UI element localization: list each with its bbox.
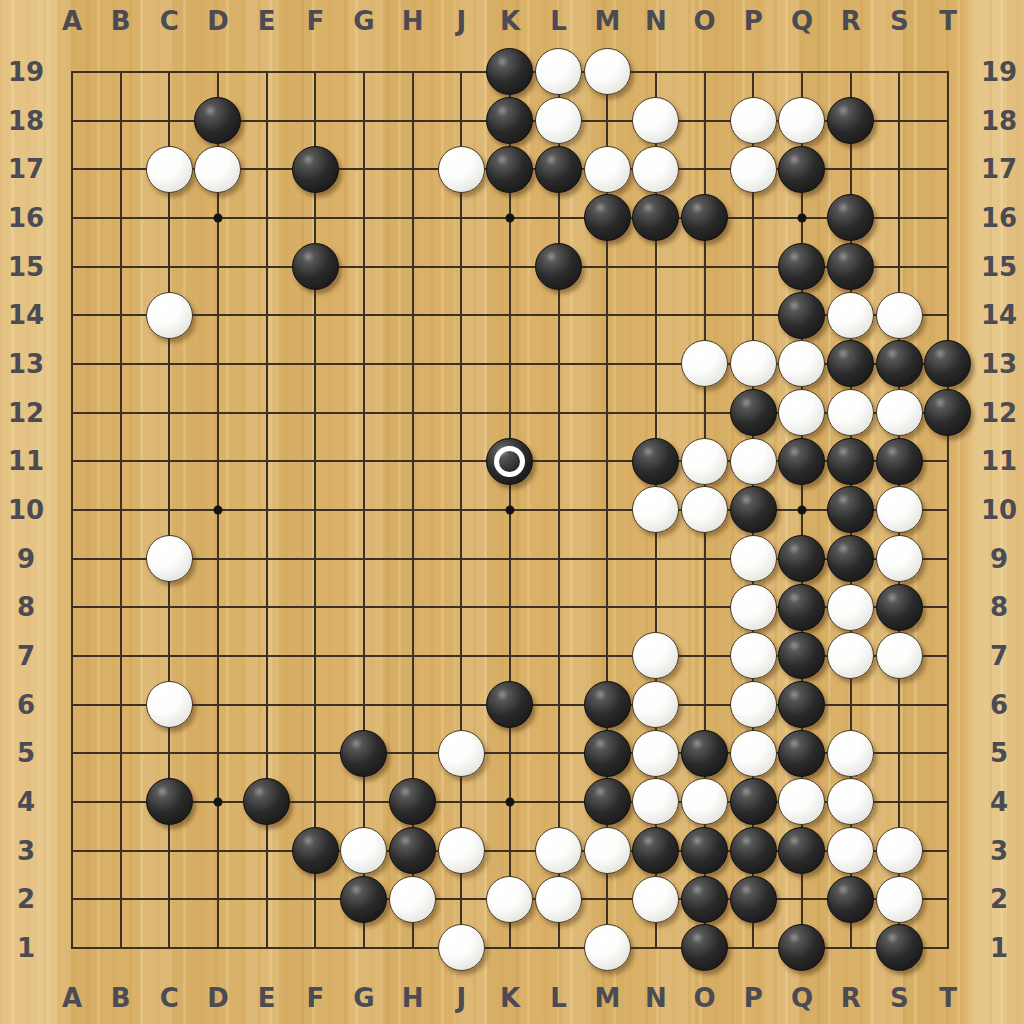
stone-white — [681, 486, 728, 533]
column-label-bottom: F — [306, 983, 324, 1013]
stone-black — [827, 486, 874, 533]
stone-black — [194, 97, 241, 144]
column-label-top: J — [456, 6, 466, 36]
stone-white — [730, 146, 777, 193]
stone-black — [778, 243, 825, 290]
column-label-bottom: T — [939, 983, 957, 1013]
stone-black — [486, 146, 533, 193]
column-label-bottom: N — [645, 983, 667, 1013]
stone-black — [876, 584, 923, 631]
stone-black — [389, 778, 436, 825]
stone-white — [438, 146, 485, 193]
stone-black — [827, 876, 874, 923]
stone-black — [584, 778, 631, 825]
star-point — [213, 797, 222, 806]
stone-black — [584, 681, 631, 728]
stone-black — [778, 535, 825, 582]
row-label-right: 16 — [981, 203, 1017, 233]
stone-white — [584, 48, 631, 95]
row-label-left: 16 — [8, 203, 44, 233]
stone-black — [632, 438, 679, 485]
row-label-right: 15 — [981, 252, 1017, 282]
stone-black — [535, 243, 582, 290]
stone-black — [827, 194, 874, 241]
stone-black — [730, 389, 777, 436]
row-label-left: 17 — [8, 154, 44, 184]
stone-white — [535, 97, 582, 144]
stone-white — [876, 632, 923, 679]
stone-white — [778, 340, 825, 387]
stone-black — [535, 146, 582, 193]
column-label-top: A — [62, 6, 82, 36]
stone-white — [340, 827, 387, 874]
row-label-left: 9 — [17, 544, 35, 574]
stone-black — [243, 778, 290, 825]
stone-white — [876, 827, 923, 874]
stone-white — [730, 340, 777, 387]
stone-black — [827, 340, 874, 387]
row-label-right: 10 — [981, 495, 1017, 525]
column-label-top: B — [111, 6, 131, 36]
stone-white — [535, 48, 582, 95]
stone-white — [146, 146, 193, 193]
stone-white — [584, 827, 631, 874]
row-label-right: 18 — [981, 106, 1017, 136]
column-label-top: S — [890, 6, 909, 36]
column-label-bottom: M — [594, 983, 620, 1013]
column-label-bottom: S — [890, 983, 909, 1013]
stone-black — [389, 827, 436, 874]
row-label-left: 15 — [8, 252, 44, 282]
stone-white — [535, 827, 582, 874]
stone-black — [146, 778, 193, 825]
row-label-right: 1 — [990, 933, 1008, 963]
stone-black — [584, 730, 631, 777]
stone-white — [146, 535, 193, 582]
stone-black — [292, 827, 339, 874]
stone-white — [194, 146, 241, 193]
stone-white — [730, 535, 777, 582]
stone-black — [340, 876, 387, 923]
star-point — [797, 505, 806, 514]
stone-black — [632, 194, 679, 241]
row-label-left: 12 — [8, 398, 44, 428]
stone-black — [292, 243, 339, 290]
row-label-right: 7 — [990, 641, 1008, 671]
stone-black — [730, 827, 777, 874]
row-label-left: 7 — [17, 641, 35, 671]
row-label-right: 2 — [990, 884, 1008, 914]
column-label-top: T — [939, 6, 957, 36]
stone-black — [292, 146, 339, 193]
stone-white — [486, 876, 533, 923]
row-label-left: 8 — [17, 592, 35, 622]
row-label-left: 13 — [8, 349, 44, 379]
stone-white — [146, 681, 193, 728]
stone-white — [632, 730, 679, 777]
stone-black — [486, 438, 533, 485]
column-label-bottom: H — [402, 983, 424, 1013]
stone-white — [827, 292, 874, 339]
stone-white — [632, 146, 679, 193]
stone-white — [827, 730, 874, 777]
stone-white — [632, 97, 679, 144]
row-label-right: 12 — [981, 398, 1017, 428]
column-label-bottom: D — [207, 983, 229, 1013]
stone-white — [827, 584, 874, 631]
stone-black — [778, 924, 825, 971]
stone-white — [778, 778, 825, 825]
column-label-top: O — [694, 6, 716, 36]
row-label-left: 10 — [8, 495, 44, 525]
stone-black — [827, 97, 874, 144]
stone-white — [632, 486, 679, 533]
stone-black — [681, 194, 728, 241]
column-label-top: N — [645, 6, 667, 36]
stone-white — [876, 876, 923, 923]
star-point — [505, 797, 514, 806]
row-label-right: 3 — [990, 836, 1008, 866]
stone-black — [486, 681, 533, 728]
stone-black — [730, 486, 777, 533]
column-label-bottom: E — [258, 983, 276, 1013]
stone-black — [632, 827, 679, 874]
stone-white — [681, 778, 728, 825]
column-label-top: R — [841, 6, 861, 36]
stone-white — [827, 827, 874, 874]
row-label-right: 9 — [990, 544, 1008, 574]
column-label-bottom: C — [160, 983, 179, 1013]
row-label-left: 14 — [8, 300, 44, 330]
stone-white — [730, 438, 777, 485]
stone-white — [389, 876, 436, 923]
stone-black — [778, 681, 825, 728]
stone-black — [778, 292, 825, 339]
row-label-right: 8 — [990, 592, 1008, 622]
stone-black — [778, 632, 825, 679]
go-board-app: AABBCCDDEEFFGGHHJJKKLLMMNNOOPPQQRRSSTT19… — [0, 0, 1024, 1024]
stone-white — [146, 292, 193, 339]
stone-black — [827, 535, 874, 582]
column-label-bottom: O — [694, 983, 716, 1013]
stone-black — [924, 340, 971, 387]
row-label-left: 6 — [17, 690, 35, 720]
stone-white — [584, 146, 631, 193]
row-label-right: 13 — [981, 349, 1017, 379]
stone-black — [486, 97, 533, 144]
row-label-left: 11 — [8, 446, 44, 476]
stone-white — [876, 292, 923, 339]
board-grid-line-vertical — [558, 71, 560, 949]
row-label-left: 3 — [17, 836, 35, 866]
star-point — [505, 505, 514, 514]
stone-white — [730, 97, 777, 144]
column-label-bottom: K — [500, 983, 520, 1013]
column-label-top: P — [744, 6, 763, 36]
stone-black — [876, 340, 923, 387]
stone-black — [827, 243, 874, 290]
stone-black — [681, 730, 728, 777]
stone-black — [876, 924, 923, 971]
column-label-bottom: B — [111, 983, 131, 1013]
row-label-right: 4 — [990, 787, 1008, 817]
stone-black — [681, 876, 728, 923]
column-label-bottom: R — [841, 983, 861, 1013]
column-label-bottom: J — [456, 983, 466, 1013]
stone-white — [730, 681, 777, 728]
last-move-circle-marker — [494, 446, 525, 477]
column-label-top: G — [353, 6, 374, 36]
column-label-top: F — [306, 6, 324, 36]
stone-white — [827, 778, 874, 825]
column-label-top: H — [402, 6, 424, 36]
column-label-bottom: A — [62, 983, 82, 1013]
stone-white — [827, 389, 874, 436]
stone-black — [778, 146, 825, 193]
stone-white — [632, 876, 679, 923]
stone-black — [778, 730, 825, 777]
stone-black — [778, 827, 825, 874]
column-label-bottom: G — [353, 983, 374, 1013]
stone-white — [438, 924, 485, 971]
star-point — [213, 505, 222, 514]
stone-white — [632, 681, 679, 728]
stone-black — [681, 827, 728, 874]
column-label-bottom: L — [550, 983, 567, 1013]
stone-white — [681, 438, 728, 485]
column-label-top: L — [550, 6, 567, 36]
stone-white — [730, 730, 777, 777]
column-label-top: M — [594, 6, 620, 36]
row-label-right: 14 — [981, 300, 1017, 330]
stone-black — [778, 438, 825, 485]
stone-black — [876, 438, 923, 485]
column-label-top: C — [160, 6, 179, 36]
stone-white — [876, 486, 923, 533]
row-label-left: 18 — [8, 106, 44, 136]
go-board[interactable] — [48, 48, 973, 973]
row-label-left: 2 — [17, 884, 35, 914]
stone-black — [340, 730, 387, 777]
stone-black — [730, 778, 777, 825]
column-label-top: E — [258, 6, 276, 36]
stone-white — [778, 97, 825, 144]
row-label-right: 19 — [981, 57, 1017, 87]
stone-white — [438, 730, 485, 777]
stone-white — [438, 827, 485, 874]
stone-black — [778, 584, 825, 631]
column-label-bottom: P — [744, 983, 763, 1013]
stone-black — [924, 389, 971, 436]
row-label-right: 6 — [990, 690, 1008, 720]
row-label-right: 5 — [990, 738, 1008, 768]
column-label-top: K — [500, 6, 520, 36]
star-point — [213, 213, 222, 222]
stone-white — [632, 778, 679, 825]
stone-black — [730, 876, 777, 923]
star-point — [797, 213, 806, 222]
board-grid-line-vertical — [947, 71, 949, 949]
row-label-left: 19 — [8, 57, 44, 87]
column-label-top: D — [207, 6, 229, 36]
row-label-left: 5 — [17, 738, 35, 768]
stone-white — [876, 535, 923, 582]
stone-black — [584, 194, 631, 241]
stone-white — [876, 389, 923, 436]
stone-white — [827, 632, 874, 679]
column-label-top: Q — [791, 6, 813, 36]
stone-white — [535, 876, 582, 923]
row-label-left: 4 — [17, 787, 35, 817]
row-label-left: 1 — [17, 933, 35, 963]
stone-white — [584, 924, 631, 971]
stone-white — [778, 389, 825, 436]
stone-white — [730, 632, 777, 679]
stone-white — [632, 632, 679, 679]
stone-white — [730, 584, 777, 631]
star-point — [505, 213, 514, 222]
row-label-right: 11 — [981, 446, 1017, 476]
column-label-bottom: Q — [791, 983, 813, 1013]
stone-white — [681, 340, 728, 387]
stone-black — [827, 438, 874, 485]
row-label-right: 17 — [981, 154, 1017, 184]
stone-black — [486, 48, 533, 95]
stone-black — [681, 924, 728, 971]
